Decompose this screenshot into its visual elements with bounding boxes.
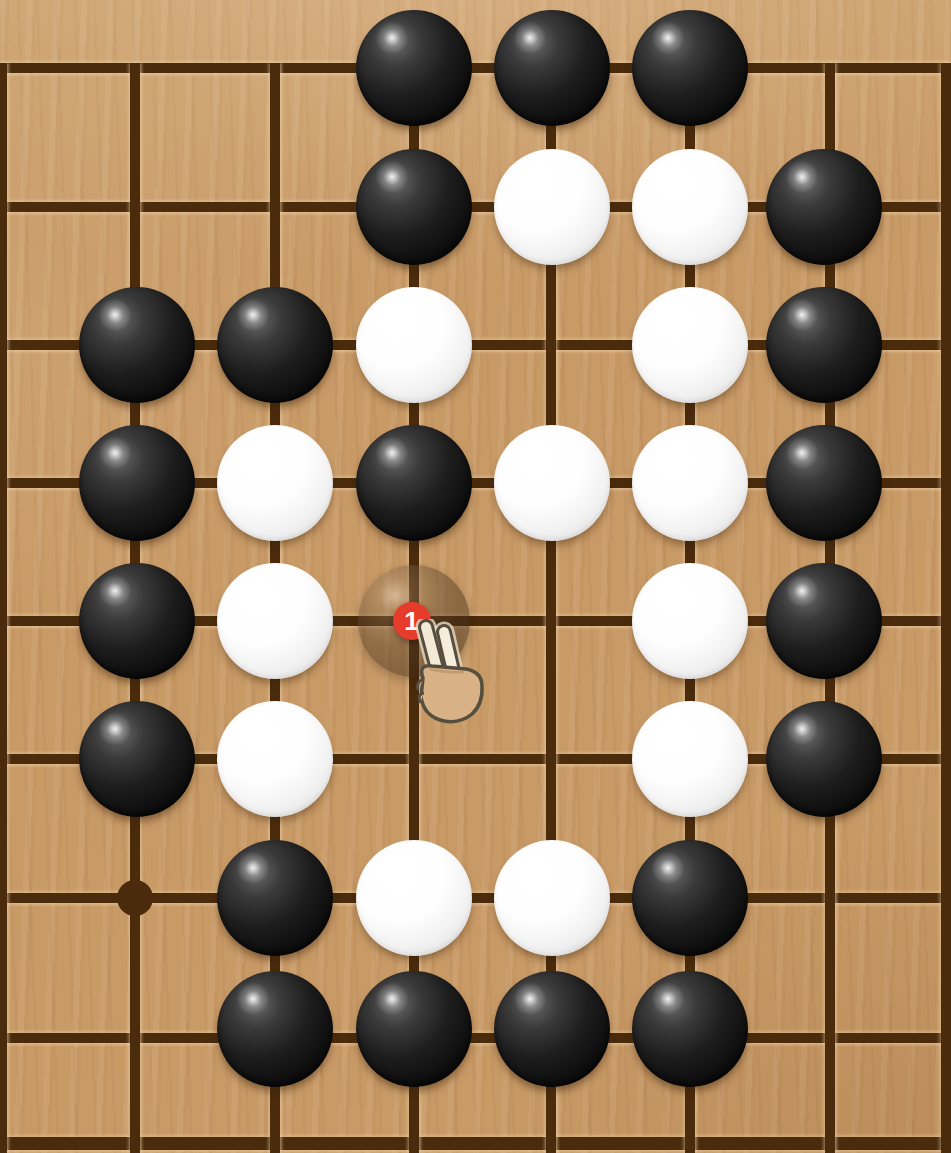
board-intersection[interactable]: [0, 968, 69, 1091]
white-stone: [217, 425, 333, 541]
white-stone: [217, 701, 333, 817]
black-stone: [766, 149, 882, 265]
board-point-occupied: [621, 0, 761, 138]
board-intersection[interactable]: [760, 968, 888, 1091]
board-point-occupied: [345, 138, 483, 277]
board-point-occupied: [621, 138, 761, 277]
board-point-occupied: [621, 552, 761, 690]
black-stone: [494, 971, 610, 1087]
black-stone: [632, 10, 748, 126]
board-point-occupied: [760, 138, 888, 277]
board-point-occupied: [69, 276, 206, 414]
black-stone: [356, 971, 472, 1087]
black-stone: [79, 701, 195, 817]
board-intersection[interactable]: [205, 138, 345, 277]
black-stone: [356, 10, 472, 126]
board-intersection[interactable]: [888, 276, 951, 414]
board-intersection[interactable]: [205, 0, 345, 138]
white-stone: [494, 840, 610, 956]
black-stone: [79, 425, 195, 541]
board-point-occupied: [205, 829, 345, 969]
board-point-occupied: [483, 968, 621, 1091]
board-intersection[interactable]: [888, 552, 951, 690]
board-point-occupied: [205, 552, 345, 690]
board-intersection[interactable]: [888, 138, 951, 277]
black-stone: [217, 287, 333, 403]
board-intersection[interactable]: [205, 1091, 345, 1153]
go-board-screen: 1: [0, 0, 951, 1153]
black-stone: [494, 10, 610, 126]
board-intersection[interactable]: [69, 1091, 206, 1153]
board-point-occupied: [483, 414, 621, 552]
board-intersection[interactable]: [0, 414, 69, 552]
board-point-occupied: [483, 138, 621, 277]
board-point-occupied: [345, 414, 483, 552]
board-intersection[interactable]: [345, 1091, 483, 1153]
board-point-occupied: [205, 968, 345, 1091]
board-point-occupied: [69, 690, 206, 829]
board-intersection[interactable]: [888, 0, 951, 138]
board-intersection[interactable]: [0, 1091, 69, 1153]
board-point-occupied: [345, 0, 483, 138]
board-intersection[interactable]: [760, 829, 888, 969]
board-point-occupied: [621, 276, 761, 414]
white-stone: [632, 701, 748, 817]
board-intersection[interactable]: [483, 1091, 621, 1153]
board-intersection-star[interactable]: [69, 829, 206, 969]
board-point-occupied: [621, 690, 761, 829]
board-point-occupied: [483, 0, 621, 138]
board-intersection[interactable]: [0, 690, 69, 829]
go-board[interactable]: 1: [0, 0, 951, 1153]
board-point-occupied: [760, 414, 888, 552]
board-intersection[interactable]: [0, 276, 69, 414]
board-point-occupied: [621, 968, 761, 1091]
black-stone: [356, 149, 472, 265]
board-point-occupied: [760, 276, 888, 414]
board-intersection[interactable]: [69, 0, 206, 138]
board-intersection[interactable]: [760, 0, 888, 138]
board-intersection[interactable]: [69, 968, 206, 1091]
board-intersection[interactable]: [888, 829, 951, 969]
black-stone: [79, 563, 195, 679]
board-point-occupied: [205, 276, 345, 414]
board-intersection[interactable]: [888, 968, 951, 1091]
board-intersection[interactable]: [760, 1091, 888, 1153]
board-point-occupied: [205, 414, 345, 552]
board-point-occupied: [69, 414, 206, 552]
board-point-occupied: [483, 829, 621, 969]
board-intersection[interactable]: [888, 414, 951, 552]
white-stone: [632, 287, 748, 403]
board-point-occupied: [621, 414, 761, 552]
white-stone: [356, 287, 472, 403]
board-intersection[interactable]: [888, 690, 951, 829]
white-stone: [632, 425, 748, 541]
black-stone: [766, 287, 882, 403]
tap-hand-icon: [410, 619, 492, 729]
white-stone: [632, 563, 748, 679]
board-point-occupied: [760, 690, 888, 829]
board-intersection[interactable]: [69, 138, 206, 277]
board-intersection[interactable]: [621, 1091, 761, 1153]
black-stone: [632, 971, 748, 1087]
black-stone: [766, 563, 882, 679]
black-stone: [217, 840, 333, 956]
board-point-occupied: [205, 690, 345, 829]
board-intersection[interactable]: [0, 0, 69, 138]
white-stone: [494, 425, 610, 541]
board-point-next-move[interactable]: 1: [345, 552, 483, 690]
board-intersection[interactable]: [888, 1091, 951, 1153]
board-point-occupied: [621, 829, 761, 969]
board-point-occupied: [69, 552, 206, 690]
board-intersection[interactable]: [0, 138, 69, 277]
board-point-occupied: [345, 276, 483, 414]
white-stone: [217, 563, 333, 679]
board-intersection[interactable]: [0, 829, 69, 969]
board-intersection[interactable]: [483, 690, 621, 829]
board-point-occupied: [345, 829, 483, 969]
board-intersection[interactable]: [0, 552, 69, 690]
board-point-occupied: [760, 552, 888, 690]
board-intersection[interactable]: [483, 276, 621, 414]
black-stone: [217, 971, 333, 1087]
board-intersection[interactable]: [483, 552, 621, 690]
black-stone: [632, 840, 748, 956]
black-stone: [766, 425, 882, 541]
white-stone: [356, 840, 472, 956]
black-stone: [356, 425, 472, 541]
black-stone: [79, 287, 195, 403]
white-stone: [494, 149, 610, 265]
black-stone: [766, 701, 882, 817]
white-stone: [632, 149, 748, 265]
board-point-occupied: [345, 968, 483, 1091]
